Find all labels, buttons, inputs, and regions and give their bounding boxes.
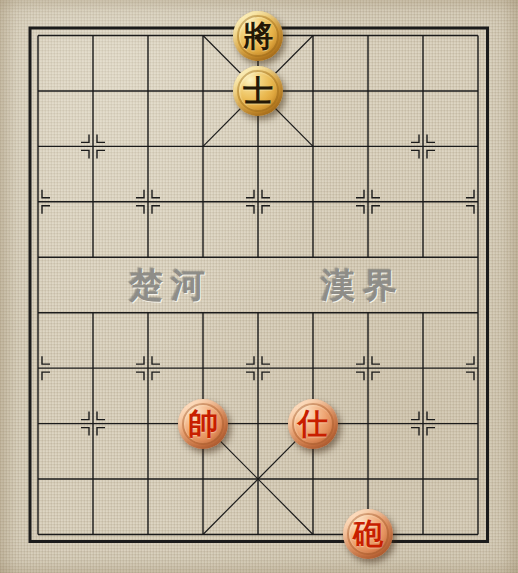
xiangqi-board: 楚河 漢界 將士帥仕砲 [0,0,518,573]
piece-black-advisor[interactable]: 士 [233,66,283,116]
pieces-layer: 將士帥仕砲 [11,8,506,562]
piece-red-general[interactable]: 帥 [178,399,228,449]
piece-glyph: 將 [243,21,273,51]
piece-glyph: 砲 [353,519,383,549]
piece-black-general[interactable]: 將 [233,11,283,61]
piece-glyph: 士 [243,76,273,106]
piece-red-cannon[interactable]: 砲 [343,509,393,559]
piece-glyph: 帥 [188,409,218,439]
piece-red-advisor[interactable]: 仕 [288,399,338,449]
piece-glyph: 仕 [298,409,328,439]
